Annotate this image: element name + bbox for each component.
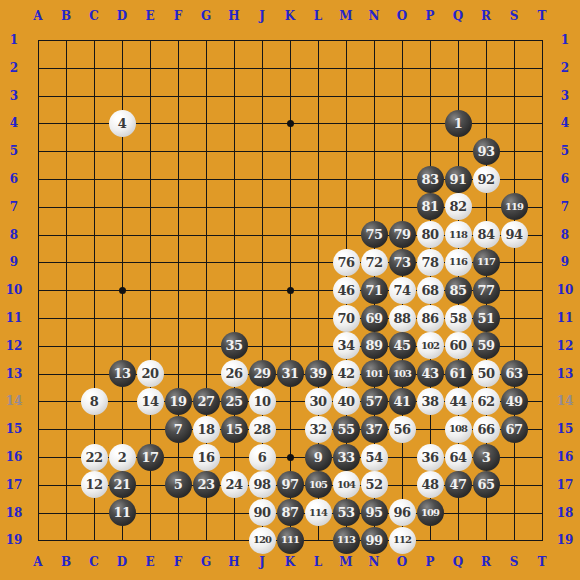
coord-label-top: P [420, 9, 440, 23]
move-number: 76 [337, 256, 354, 269]
stone-N17[interactable]: 52 [361, 471, 388, 498]
coord-label-right: 11 [553, 311, 577, 325]
stone-J16[interactable]: 6 [249, 444, 276, 471]
move-number: 38 [421, 395, 438, 408]
coord-label-right: 2 [553, 61, 577, 75]
stone-J14[interactable]: 10 [249, 388, 276, 415]
move-number: 91 [449, 173, 466, 186]
move-number: 50 [477, 367, 494, 380]
coord-label-bottom: G [196, 555, 216, 569]
move-number: 48 [421, 478, 438, 491]
stone-L15[interactable]: 32 [305, 416, 332, 443]
move-number: 7 [174, 423, 183, 436]
stone-C17[interactable]: 12 [81, 471, 108, 498]
stone-R17[interactable]: 65 [473, 471, 500, 498]
move-number: 12 [85, 478, 102, 491]
move-number: 17 [141, 451, 158, 464]
coord-label-top: K [280, 9, 300, 23]
stone-E14[interactable]: 14 [137, 388, 164, 415]
stone-N13[interactable]: 101 [361, 360, 388, 387]
move-number: 33 [337, 451, 354, 464]
stone-F17[interactable]: 5 [165, 471, 192, 498]
stone-P17[interactable]: 48 [417, 471, 444, 498]
stone-K18[interactable]: 87 [277, 499, 304, 526]
move-number: 60 [449, 339, 466, 352]
coord-label-bottom: N [364, 555, 384, 569]
move-number: 18 [197, 423, 214, 436]
move-number: 118 [449, 230, 467, 240]
move-number: 42 [337, 367, 354, 380]
move-number: 6 [258, 451, 267, 464]
coord-label-bottom: E [140, 555, 160, 569]
stone-N15[interactable]: 37 [361, 416, 388, 443]
stone-D4[interactable]: 4 [109, 110, 136, 137]
move-number: 1 [454, 117, 463, 130]
coord-label-left: 17 [2, 478, 26, 492]
stone-M11[interactable]: 70 [333, 305, 360, 332]
move-number: 63 [505, 367, 522, 380]
star-point-K16 [287, 454, 294, 461]
stone-R8[interactable]: 84 [473, 221, 500, 248]
move-number: 28 [253, 423, 270, 436]
move-number: 64 [449, 451, 466, 464]
move-number: 5 [174, 478, 183, 491]
move-number: 55 [337, 423, 354, 436]
stone-O19[interactable]: 112 [389, 527, 416, 554]
stone-G17[interactable]: 23 [193, 471, 220, 498]
move-number: 52 [365, 478, 382, 491]
coord-label-bottom: Q [448, 555, 468, 569]
move-number: 112 [393, 535, 411, 545]
move-number: 37 [365, 423, 382, 436]
move-number: 103 [393, 369, 411, 379]
move-number: 69 [365, 312, 382, 325]
stone-G16[interactable]: 16 [193, 444, 220, 471]
coord-label-bottom: T [532, 555, 552, 569]
move-number: 114 [309, 508, 327, 518]
stone-D18[interactable]: 11 [109, 499, 136, 526]
stone-M17[interactable]: 104 [333, 471, 360, 498]
move-number: 61 [449, 367, 466, 380]
stone-M19[interactable]: 113 [333, 527, 360, 554]
stone-D16[interactable]: 2 [109, 444, 136, 471]
coord-label-top: A [28, 9, 48, 23]
move-number: 34 [337, 339, 354, 352]
move-number: 111 [281, 535, 299, 545]
stone-G14[interactable]: 27 [193, 388, 220, 415]
stone-P16[interactable]: 36 [417, 444, 444, 471]
move-number: 120 [253, 535, 271, 545]
stone-P14[interactable]: 38 [417, 388, 444, 415]
move-number: 36 [421, 451, 438, 464]
move-number: 29 [253, 367, 270, 380]
coord-label-left: 15 [2, 422, 26, 436]
stone-N19[interactable]: 99 [361, 527, 388, 554]
move-number: 19 [169, 395, 186, 408]
stone-N12[interactable]: 89 [361, 332, 388, 359]
stone-R11[interactable]: 51 [473, 305, 500, 332]
coord-label-left: 11 [2, 311, 26, 325]
stone-H14[interactable]: 25 [221, 388, 248, 415]
grid-h-line [38, 96, 543, 97]
coord-label-bottom: D [112, 555, 132, 569]
stone-Q15[interactable]: 108 [445, 416, 472, 443]
stone-O15[interactable]: 56 [389, 416, 416, 443]
move-number: 71 [365, 284, 382, 297]
stone-P7[interactable]: 81 [417, 193, 444, 220]
stone-M13[interactable]: 42 [333, 360, 360, 387]
stone-L18[interactable]: 114 [305, 499, 332, 526]
grid-h-line [38, 40, 543, 41]
coord-label-bottom: A [28, 555, 48, 569]
coord-label-left: 19 [2, 533, 26, 547]
move-number: 46 [337, 284, 354, 297]
move-number: 40 [337, 395, 354, 408]
stone-P10[interactable]: 68 [417, 277, 444, 304]
move-number: 78 [421, 256, 438, 269]
move-number: 25 [225, 395, 242, 408]
stone-F15[interactable]: 7 [165, 416, 192, 443]
coord-label-left: 4 [2, 116, 26, 130]
stone-S15[interactable]: 67 [501, 416, 528, 443]
move-number: 65 [477, 478, 494, 491]
stone-P13[interactable]: 43 [417, 360, 444, 387]
stone-Q14[interactable]: 44 [445, 388, 472, 415]
coord-label-right: 8 [553, 228, 577, 242]
coord-label-right: 13 [553, 367, 577, 381]
move-number: 10 [253, 395, 270, 408]
stone-S13[interactable]: 63 [501, 360, 528, 387]
move-number: 85 [449, 284, 466, 297]
stone-R14[interactable]: 62 [473, 388, 500, 415]
move-number: 92 [477, 173, 494, 186]
coord-label-right: 3 [553, 89, 577, 103]
move-number: 35 [225, 339, 242, 352]
move-number: 44 [449, 395, 466, 408]
move-number: 82 [449, 200, 466, 213]
coord-label-left: 18 [2, 506, 26, 520]
move-number: 15 [225, 423, 242, 436]
move-number: 97 [281, 478, 298, 491]
stone-N18[interactable]: 95 [361, 499, 388, 526]
coord-label-bottom: K [280, 555, 300, 569]
move-number: 105 [309, 480, 327, 490]
stone-N16[interactable]: 54 [361, 444, 388, 471]
move-number: 94 [505, 228, 522, 241]
stone-M16[interactable]: 33 [333, 444, 360, 471]
coord-label-left: 16 [2, 450, 26, 464]
stone-O9[interactable]: 73 [389, 249, 416, 276]
stone-M15[interactable]: 55 [333, 416, 360, 443]
coord-label-bottom: S [504, 555, 524, 569]
move-number: 41 [393, 395, 410, 408]
move-number: 83 [421, 173, 438, 186]
move-number: 79 [393, 228, 410, 241]
move-number: 9 [314, 451, 323, 464]
coord-label-bottom: B [56, 555, 76, 569]
move-number: 47 [449, 478, 466, 491]
stone-R16[interactable]: 3 [473, 444, 500, 471]
stone-O12[interactable]: 45 [389, 332, 416, 359]
stone-N9[interactable]: 72 [361, 249, 388, 276]
stone-J15[interactable]: 28 [249, 416, 276, 443]
move-number: 99 [365, 534, 382, 547]
stone-M14[interactable]: 40 [333, 388, 360, 415]
stone-F14[interactable]: 19 [165, 388, 192, 415]
stone-R6[interactable]: 92 [473, 166, 500, 193]
stone-G15[interactable]: 18 [193, 416, 220, 443]
stone-P9[interactable]: 78 [417, 249, 444, 276]
move-number: 57 [365, 395, 382, 408]
stone-L16[interactable]: 9 [305, 444, 332, 471]
coord-label-top: L [308, 9, 328, 23]
move-number: 67 [505, 423, 522, 436]
stone-C16[interactable]: 22 [81, 444, 108, 471]
stone-H15[interactable]: 15 [221, 416, 248, 443]
coord-label-top: E [140, 9, 160, 23]
stone-K17[interactable]: 97 [277, 471, 304, 498]
move-number: 98 [253, 478, 270, 491]
stone-L14[interactable]: 30 [305, 388, 332, 415]
stone-S8[interactable]: 94 [501, 221, 528, 248]
coord-label-left: 10 [2, 283, 26, 297]
move-number: 49 [505, 395, 522, 408]
stone-J18[interactable]: 90 [249, 499, 276, 526]
coord-label-top: J [252, 9, 272, 23]
coord-label-left: 2 [2, 61, 26, 75]
move-number: 11 [113, 506, 130, 519]
move-number: 31 [281, 367, 298, 380]
move-number: 87 [281, 506, 298, 519]
stone-M12[interactable]: 34 [333, 332, 360, 359]
move-number: 93 [477, 145, 494, 158]
coord-label-top: R [476, 9, 496, 23]
move-number: 113 [337, 535, 355, 545]
stone-Q11[interactable]: 58 [445, 305, 472, 332]
move-number: 23 [197, 478, 214, 491]
stone-J17[interactable]: 98 [249, 471, 276, 498]
stone-O10[interactable]: 74 [389, 277, 416, 304]
grid-h-line [38, 68, 543, 69]
coord-label-left: 3 [2, 89, 26, 103]
move-number: 117 [477, 257, 495, 267]
move-number: 86 [421, 312, 438, 325]
move-number: 95 [365, 506, 382, 519]
move-number: 26 [225, 367, 242, 380]
stone-L13[interactable]: 39 [305, 360, 332, 387]
coord-label-bottom: R [476, 555, 496, 569]
move-number: 66 [477, 423, 494, 436]
move-number: 30 [309, 395, 326, 408]
coord-label-right: 19 [553, 533, 577, 547]
move-number: 3 [482, 451, 491, 464]
coord-label-left: 5 [2, 144, 26, 158]
move-number: 90 [253, 506, 270, 519]
coord-label-bottom: F [168, 555, 188, 569]
coord-label-right: 17 [553, 478, 577, 492]
coord-label-left: 1 [2, 33, 26, 47]
move-number: 45 [393, 339, 410, 352]
coord-label-top: D [112, 9, 132, 23]
stone-N8[interactable]: 75 [361, 221, 388, 248]
stone-Q13[interactable]: 61 [445, 360, 472, 387]
coord-label-right: 16 [553, 450, 577, 464]
move-number: 16 [197, 451, 214, 464]
coord-label-right: 12 [553, 339, 577, 353]
move-number: 2 [118, 451, 127, 464]
stone-Q9[interactable]: 116 [445, 249, 472, 276]
move-number: 27 [197, 395, 214, 408]
move-number: 104 [337, 480, 355, 490]
move-number: 77 [477, 284, 494, 297]
stone-Q8[interactable]: 118 [445, 221, 472, 248]
coord-label-right: 14 [553, 394, 577, 408]
stone-P18[interactable]: 109 [417, 499, 444, 526]
move-number: 22 [85, 451, 102, 464]
coord-label-top: N [364, 9, 384, 23]
stone-R5[interactable]: 93 [473, 138, 500, 165]
stone-M9[interactable]: 76 [333, 249, 360, 276]
star-point-K4 [287, 120, 294, 127]
stone-P11[interactable]: 86 [417, 305, 444, 332]
move-number: 101 [365, 369, 383, 379]
coord-label-bottom: O [392, 555, 412, 569]
coord-label-left: 8 [2, 228, 26, 242]
coord-label-right: 18 [553, 506, 577, 520]
stone-O18[interactable]: 96 [389, 499, 416, 526]
coord-label-top: B [56, 9, 76, 23]
move-number: 56 [393, 423, 410, 436]
coord-label-bottom: J [252, 555, 272, 569]
move-number: 96 [393, 506, 410, 519]
coord-label-right: 1 [553, 33, 577, 47]
coord-label-top: H [224, 9, 244, 23]
stone-H13[interactable]: 26 [221, 360, 248, 387]
move-number: 75 [365, 228, 382, 241]
grid-h-line [38, 151, 543, 152]
stone-N14[interactable]: 57 [361, 388, 388, 415]
stone-C14[interactable]: 8 [81, 388, 108, 415]
stone-H12[interactable]: 35 [221, 332, 248, 359]
stone-J19[interactable]: 120 [249, 527, 276, 554]
stone-R12[interactable]: 59 [473, 332, 500, 359]
move-number: 81 [421, 200, 438, 213]
stone-E16[interactable]: 17 [137, 444, 164, 471]
move-number: 119 [505, 202, 523, 212]
go-board[interactable]: AABBCCDDEEFFGGHHJJKKLLMMNNOOPPQQRRSSTT11… [0, 0, 580, 580]
stone-K19[interactable]: 111 [277, 527, 304, 554]
stone-P12[interactable]: 102 [417, 332, 444, 359]
coord-label-left: 12 [2, 339, 26, 353]
stone-Q10[interactable]: 85 [445, 277, 472, 304]
coord-label-top: Q [448, 9, 468, 23]
coord-label-top: S [504, 9, 524, 23]
move-number: 21 [113, 478, 130, 491]
stone-O13[interactable]: 103 [389, 360, 416, 387]
stone-M18[interactable]: 53 [333, 499, 360, 526]
stone-Q4[interactable]: 1 [445, 110, 472, 137]
stone-E13[interactable]: 20 [137, 360, 164, 387]
stone-K13[interactable]: 31 [277, 360, 304, 387]
stone-O11[interactable]: 88 [389, 305, 416, 332]
stone-O8[interactable]: 79 [389, 221, 416, 248]
stone-R9[interactable]: 117 [473, 249, 500, 276]
move-number: 51 [477, 312, 494, 325]
stone-Q16[interactable]: 64 [445, 444, 472, 471]
coord-label-left: 9 [2, 255, 26, 269]
move-number: 8 [90, 395, 99, 408]
coord-label-top: G [196, 9, 216, 23]
move-number: 68 [421, 284, 438, 297]
move-number: 59 [477, 339, 494, 352]
stone-D17[interactable]: 21 [109, 471, 136, 498]
coord-label-top: C [84, 9, 104, 23]
stone-J13[interactable]: 29 [249, 360, 276, 387]
move-number: 108 [449, 424, 467, 434]
coord-label-right: 4 [553, 116, 577, 130]
coord-label-top: T [532, 9, 552, 23]
coord-label-right: 7 [553, 200, 577, 214]
move-number: 72 [365, 256, 382, 269]
coord-label-left: 6 [2, 172, 26, 186]
stone-P6[interactable]: 83 [417, 166, 444, 193]
coord-label-left: 7 [2, 200, 26, 214]
coord-label-right: 6 [553, 172, 577, 186]
move-number: 89 [365, 339, 382, 352]
stone-L17[interactable]: 105 [305, 471, 332, 498]
star-point-D10 [119, 287, 126, 294]
stone-Q17[interactable]: 47 [445, 471, 472, 498]
coord-label-top: M [336, 9, 356, 23]
stone-S7[interactable]: 119 [501, 193, 528, 220]
move-number: 54 [365, 451, 382, 464]
move-number: 70 [337, 312, 354, 325]
stone-R15[interactable]: 66 [473, 416, 500, 443]
move-number: 14 [141, 395, 158, 408]
coord-label-right: 15 [553, 422, 577, 436]
coord-label-left: 14 [2, 394, 26, 408]
move-number: 73 [393, 256, 410, 269]
coord-label-bottom: C [84, 555, 104, 569]
move-number: 4 [118, 117, 127, 130]
stone-D13[interactable]: 13 [109, 360, 136, 387]
stone-H17[interactable]: 24 [221, 471, 248, 498]
stone-P8[interactable]: 80 [417, 221, 444, 248]
stone-O14[interactable]: 41 [389, 388, 416, 415]
coord-label-left: 13 [2, 367, 26, 381]
stone-Q12[interactable]: 60 [445, 332, 472, 359]
stone-R13[interactable]: 50 [473, 360, 500, 387]
move-number: 74 [393, 284, 410, 297]
coord-label-right: 5 [553, 144, 577, 158]
move-number: 116 [449, 257, 467, 267]
stone-S14[interactable]: 49 [501, 388, 528, 415]
move-number: 32 [309, 423, 326, 436]
move-number: 20 [141, 367, 158, 380]
coord-label-right: 9 [553, 255, 577, 269]
move-number: 102 [421, 341, 439, 351]
coord-label-right: 10 [553, 283, 577, 297]
stone-Q7[interactable]: 82 [445, 193, 472, 220]
stone-Q6[interactable]: 91 [445, 166, 472, 193]
stone-R10[interactable]: 77 [473, 277, 500, 304]
move-number: 88 [393, 312, 410, 325]
stone-M10[interactable]: 46 [333, 277, 360, 304]
move-number: 39 [309, 367, 326, 380]
stone-N10[interactable]: 71 [361, 277, 388, 304]
stone-N11[interactable]: 69 [361, 305, 388, 332]
move-number: 13 [113, 367, 130, 380]
